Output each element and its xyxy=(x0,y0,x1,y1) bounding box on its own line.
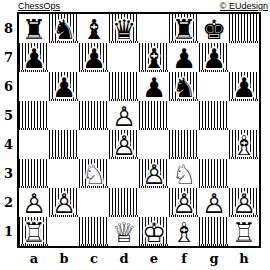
square-h6[interactable]: ♟♟ xyxy=(229,72,259,101)
piece-black-king: ♚♚ xyxy=(199,14,229,43)
rank-labels: 87654321 xyxy=(0,14,17,246)
board: ♜♜♞♞♝♝♛♛♜♜♚♚♟♟♟♟♝♝♟♟♟♟♟♟♟♟♞♞♟♟♟♙♟♙♝♗♞♘♟♙… xyxy=(17,12,261,248)
credit-label: © EUdesign xyxy=(220,1,268,11)
square-f3[interactable]: ♞♘ xyxy=(169,159,199,188)
square-d4[interactable]: ♟♙ xyxy=(109,130,139,159)
square-g3[interactable] xyxy=(199,159,229,188)
piece-white-pawn: ♟♙ xyxy=(169,188,199,217)
square-h2[interactable]: ♟♙ xyxy=(229,188,259,217)
piece-black-pawn: ♟♟ xyxy=(49,72,79,101)
square-a4[interactable] xyxy=(19,130,49,159)
piece-white-knight: ♞♘ xyxy=(169,159,199,188)
square-e7[interactable]: ♝♝ xyxy=(139,43,169,72)
piece-black-rook: ♜♜ xyxy=(169,14,199,43)
square-b4[interactable] xyxy=(49,130,79,159)
square-g8[interactable]: ♚♚ xyxy=(199,14,229,43)
piece-white-knight: ♞♘ xyxy=(79,159,109,188)
piece-white-rook: ♜♖ xyxy=(19,217,49,246)
square-c7[interactable]: ♟♟ xyxy=(79,43,109,72)
square-g1[interactable] xyxy=(199,217,229,246)
piece-glyph: ♜ xyxy=(22,15,46,42)
square-d1[interactable]: ♛♕ xyxy=(109,217,139,246)
piece-glyph: ♗ xyxy=(232,131,256,158)
square-b5[interactable] xyxy=(49,101,79,130)
square-h8[interactable] xyxy=(229,14,259,43)
square-c6[interactable] xyxy=(79,72,109,101)
square-b6[interactable]: ♟♟ xyxy=(49,72,79,101)
file-label-b: b xyxy=(49,249,79,267)
piece-glyph: ♘ xyxy=(172,160,196,187)
square-e3[interactable]: ♟♙ xyxy=(139,159,169,188)
piece-white-pawn: ♟♙ xyxy=(49,188,79,217)
piece-glyph: ♔ xyxy=(142,218,166,245)
piece-glyph: ♟ xyxy=(22,44,46,71)
piece-black-bishop: ♝♝ xyxy=(79,14,109,43)
piece-glyph: ♟ xyxy=(172,44,196,71)
piece-white-rook: ♜♖ xyxy=(229,217,259,246)
file-label-g: g xyxy=(199,249,229,267)
piece-white-pawn: ♟♙ xyxy=(109,130,139,159)
square-g2[interactable]: ♟♙ xyxy=(199,188,229,217)
square-f6[interactable]: ♞♞ xyxy=(169,72,199,101)
app-title: ChessOps xyxy=(18,1,60,11)
rank-label-4: 4 xyxy=(0,130,17,159)
rank-label-2: 2 xyxy=(0,188,17,217)
piece-glyph: ♚ xyxy=(202,15,226,42)
square-b3[interactable] xyxy=(49,159,79,188)
square-g4[interactable] xyxy=(199,130,229,159)
piece-glyph: ♞ xyxy=(172,73,196,100)
square-d2[interactable] xyxy=(109,188,139,217)
square-e6[interactable]: ♟♟ xyxy=(139,72,169,101)
piece-glyph: ♕ xyxy=(112,218,136,245)
piece-black-pawn: ♟♟ xyxy=(169,43,199,72)
piece-black-knight: ♞♞ xyxy=(169,72,199,101)
piece-black-rook: ♜♜ xyxy=(19,14,49,43)
piece-black-pawn: ♟♟ xyxy=(199,43,229,72)
square-b1[interactable] xyxy=(49,217,79,246)
square-c5[interactable] xyxy=(79,101,109,130)
square-h5[interactable] xyxy=(229,101,259,130)
square-d8[interactable]: ♛♛ xyxy=(109,14,139,43)
piece-black-knight: ♞♞ xyxy=(49,14,79,43)
piece-glyph: ♘ xyxy=(82,160,106,187)
piece-black-pawn: ♟♟ xyxy=(229,72,259,101)
piece-white-pawn: ♟♙ xyxy=(139,159,169,188)
square-a7[interactable]: ♟♟ xyxy=(19,43,49,72)
square-h4[interactable]: ♝♗ xyxy=(229,130,259,159)
square-c8[interactable]: ♝♝ xyxy=(79,14,109,43)
square-e8[interactable] xyxy=(139,14,169,43)
square-a3[interactable] xyxy=(19,159,49,188)
square-d7[interactable] xyxy=(109,43,139,72)
square-e2[interactable] xyxy=(139,188,169,217)
piece-white-bishop: ♝♗ xyxy=(229,130,259,159)
piece-black-pawn: ♟♟ xyxy=(79,43,109,72)
rank-label-5: 5 xyxy=(0,101,17,130)
square-h1[interactable]: ♜♖ xyxy=(229,217,259,246)
square-f4[interactable] xyxy=(169,130,199,159)
piece-black-pawn: ♟♟ xyxy=(19,43,49,72)
piece-glyph: ♙ xyxy=(112,131,136,158)
square-d6[interactable] xyxy=(109,72,139,101)
square-g7[interactable]: ♟♟ xyxy=(199,43,229,72)
square-f5[interactable] xyxy=(169,101,199,130)
square-e4[interactable] xyxy=(139,130,169,159)
square-h3[interactable] xyxy=(229,159,259,188)
piece-glyph: ♟ xyxy=(82,44,106,71)
file-label-c: c xyxy=(79,249,109,267)
piece-glyph: ♙ xyxy=(22,189,46,216)
piece-glyph: ♖ xyxy=(232,218,256,245)
rank-label-8: 8 xyxy=(0,14,17,43)
titlebar: ChessOps © EUdesign xyxy=(0,0,270,12)
rank-label-7: 7 xyxy=(0,43,17,72)
piece-black-queen: ♛♛ xyxy=(109,14,139,43)
piece-glyph: ♟ xyxy=(232,73,256,100)
file-labels: abcdefgh xyxy=(19,249,259,267)
chessops-window: ChessOps © EUdesign 87654321 ♜♜♞♞♝♝♛♛♜♜♚… xyxy=(0,0,270,270)
square-a1[interactable]: ♜♖ xyxy=(19,217,49,246)
piece-white-pawn: ♟♙ xyxy=(199,188,229,217)
piece-black-bishop: ♝♝ xyxy=(139,43,169,72)
piece-glyph: ♛ xyxy=(112,15,136,42)
square-a5[interactable] xyxy=(19,101,49,130)
piece-white-pawn: ♟♙ xyxy=(229,188,259,217)
piece-black-pawn: ♟♟ xyxy=(139,72,169,101)
square-g5[interactable] xyxy=(199,101,229,130)
square-d5[interactable]: ♟♙ xyxy=(109,101,139,130)
square-f1[interactable]: ♝♗ xyxy=(169,217,199,246)
piece-glyph: ♙ xyxy=(172,189,196,216)
square-c4[interactable] xyxy=(79,130,109,159)
square-a2[interactable]: ♟♙ xyxy=(19,188,49,217)
piece-glyph: ♞ xyxy=(52,15,76,42)
square-f8[interactable]: ♜♜ xyxy=(169,14,199,43)
square-b8[interactable]: ♞♞ xyxy=(49,14,79,43)
piece-glyph: ♝ xyxy=(82,15,106,42)
piece-glyph: ♟ xyxy=(142,73,166,100)
piece-glyph: ♙ xyxy=(202,189,226,216)
square-e1[interactable]: ♚♔ xyxy=(139,217,169,246)
piece-white-queen: ♛♕ xyxy=(109,217,139,246)
piece-glyph: ♟ xyxy=(52,73,76,100)
piece-glyph: ♝ xyxy=(142,44,166,71)
piece-glyph: ♙ xyxy=(142,160,166,187)
piece-white-pawn: ♟♙ xyxy=(19,188,49,217)
rank-label-6: 6 xyxy=(0,72,17,101)
file-label-a: a xyxy=(19,249,49,267)
piece-glyph: ♗ xyxy=(172,218,196,245)
square-b7[interactable] xyxy=(49,43,79,72)
square-b2[interactable]: ♟♙ xyxy=(49,188,79,217)
square-c1[interactable] xyxy=(79,217,109,246)
square-c2[interactable] xyxy=(79,188,109,217)
square-d3[interactable] xyxy=(109,159,139,188)
piece-glyph: ♙ xyxy=(52,189,76,216)
square-h7[interactable] xyxy=(229,43,259,72)
file-label-d: d xyxy=(109,249,139,267)
file-label-e: e xyxy=(139,249,169,267)
file-label-f: f xyxy=(169,249,199,267)
square-c3[interactable]: ♞♘ xyxy=(79,159,109,188)
file-label-h: h xyxy=(229,249,259,267)
square-a6[interactable] xyxy=(19,72,49,101)
square-g6[interactable] xyxy=(199,72,229,101)
piece-glyph: ♖ xyxy=(22,218,46,245)
square-a8[interactable]: ♜♜ xyxy=(19,14,49,43)
piece-glyph: ♙ xyxy=(232,189,256,216)
piece-white-bishop: ♝♗ xyxy=(169,217,199,246)
piece-white-pawn: ♟♙ xyxy=(109,101,139,130)
piece-glyph: ♙ xyxy=(112,102,136,129)
square-f7[interactable]: ♟♟ xyxy=(169,43,199,72)
piece-white-king: ♚♔ xyxy=(139,217,169,246)
piece-glyph: ♟ xyxy=(202,44,226,71)
square-f2[interactable]: ♟♙ xyxy=(169,188,199,217)
square-e5[interactable] xyxy=(139,101,169,130)
rank-label-1: 1 xyxy=(0,217,17,246)
piece-glyph: ♜ xyxy=(172,15,196,42)
rank-label-3: 3 xyxy=(0,159,17,188)
